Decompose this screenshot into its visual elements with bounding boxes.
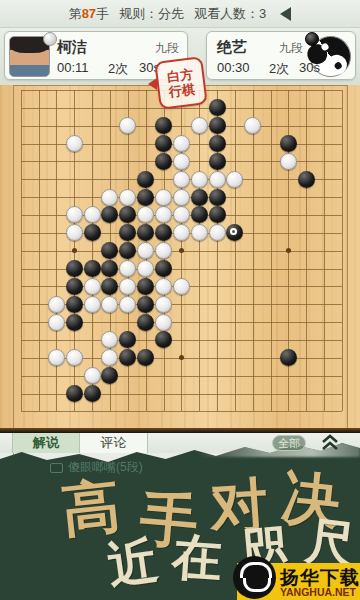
grid-line-v <box>199 90 200 411</box>
viewers-label: 观看人数：3 <box>194 5 266 23</box>
last-move-marker <box>230 228 237 235</box>
black-stone <box>155 260 172 277</box>
white-stone <box>155 242 172 259</box>
player-name-right: 绝艺 <box>217 38 247 57</box>
white-stone <box>155 296 172 313</box>
player-rank-right: 九段 <box>279 40 303 57</box>
black-stone <box>209 189 226 206</box>
white-stone <box>173 135 190 152</box>
white-stone <box>155 189 172 206</box>
white-stone <box>280 153 297 170</box>
white-stone <box>84 206 101 223</box>
white-stone <box>84 296 101 313</box>
white-stone <box>173 278 190 295</box>
grid-line-v <box>235 90 236 411</box>
turn-pointer-icon <box>148 78 157 90</box>
black-stone <box>137 278 154 295</box>
tab-comments[interactable]: 评论 <box>80 433 148 453</box>
grid-line-v <box>306 90 307 411</box>
white-stone <box>155 278 172 295</box>
logo-swirl-icon <box>233 556 276 599</box>
black-stone <box>66 314 83 331</box>
black-stone <box>209 153 226 170</box>
black-stone <box>191 189 208 206</box>
collapse-arrow-icon[interactable] <box>280 7 291 21</box>
black-stone <box>66 278 83 295</box>
black-stone <box>209 206 226 223</box>
white-stone-badge <box>43 32 57 46</box>
white-stone <box>173 153 190 170</box>
double-chevron-up-icon[interactable] <box>320 433 340 455</box>
black-stone <box>66 260 83 277</box>
go-board[interactable] <box>0 85 360 433</box>
grid-line-h <box>21 376 342 377</box>
grid-line-h <box>21 411 342 412</box>
white-stone <box>84 367 101 384</box>
player-periods-right: 2次 <box>269 60 289 78</box>
black-stone <box>280 135 297 152</box>
player-rank-left: 九段 <box>155 40 179 57</box>
black-stone <box>298 171 315 188</box>
black-stone <box>155 153 172 170</box>
logo-subtext: YANGHUA.NET <box>280 586 356 598</box>
player-name-left: 柯洁 <box>57 38 87 57</box>
player-time-left: 00:11 <box>57 60 89 75</box>
black-stone <box>66 296 83 313</box>
grid-line-v <box>324 90 325 411</box>
black-stone <box>137 314 154 331</box>
star-point <box>72 248 77 253</box>
white-stone <box>66 135 83 152</box>
white-stone <box>84 278 101 295</box>
all-button[interactable]: 全部 <box>272 435 306 451</box>
black-stone <box>137 296 154 313</box>
grid-line-v <box>271 90 272 411</box>
player-periods-left: 2次 <box>108 60 128 78</box>
calligraphy-char: 在 <box>170 523 225 593</box>
white-stone <box>119 189 136 206</box>
black-stone <box>137 171 154 188</box>
white-stone <box>48 314 65 331</box>
black-stone <box>84 385 101 402</box>
white-stone <box>66 224 83 241</box>
black-stone <box>209 135 226 152</box>
white-stone <box>209 224 226 241</box>
player-time-right: 00:30 <box>217 60 250 75</box>
player-strip: 柯洁 九段 00:11 2次 30s 白方行棋 绝艺 九段 00:30 2次 3… <box>0 28 360 85</box>
player-period-time-right: 30s <box>299 60 320 75</box>
grid-line-v <box>342 90 343 411</box>
black-stone <box>137 189 154 206</box>
screen-icon <box>50 463 63 473</box>
white-stone <box>191 171 208 188</box>
tab-commentary[interactable]: 解说 <box>12 433 80 453</box>
white-stone <box>209 171 226 188</box>
white-stone <box>119 296 136 313</box>
white-stone <box>173 171 190 188</box>
black-stone <box>84 224 101 241</box>
rule-label: 规则：分先 <box>119 5 184 23</box>
top-status-bar: 第87手 规则：分先 观看人数：3 <box>0 0 360 28</box>
calligraphy-char: 近 <box>104 527 163 600</box>
black-stone <box>84 260 101 277</box>
black-stone-badge <box>305 32 319 46</box>
black-stone <box>155 135 172 152</box>
white-stone <box>191 224 208 241</box>
grid-line-h <box>21 340 342 341</box>
white-stone <box>173 189 190 206</box>
star-point <box>179 248 184 253</box>
white-stone <box>155 314 172 331</box>
white-stone <box>191 117 208 134</box>
white-stone <box>101 189 118 206</box>
white-stone <box>66 349 83 366</box>
white-stone <box>137 260 154 277</box>
turn-seal: 白方行棋 <box>154 56 207 109</box>
black-stone <box>66 385 83 402</box>
black-stone <box>209 99 226 116</box>
white-stone <box>48 296 65 313</box>
black-stone <box>209 117 226 134</box>
player-panel-black: 绝艺 九段 00:30 2次 30s <box>206 31 356 80</box>
grid-line-v <box>253 90 254 411</box>
move-counter: 第87手 <box>69 5 109 23</box>
